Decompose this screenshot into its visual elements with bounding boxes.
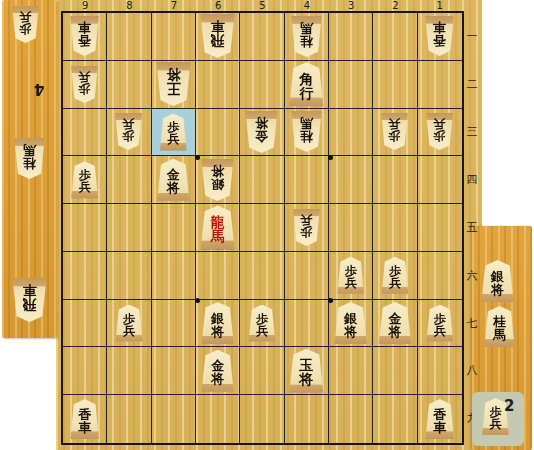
piece-kanji: 歩 bbox=[389, 130, 401, 142]
board-grid: 香車飛車桂馬香車歩兵王将角行歩兵歩兵金将桂馬歩兵歩兵歩兵金将銀将龍馬歩兵歩兵歩兵… bbox=[61, 11, 464, 445]
sente-pawn[interactable]: 歩兵 bbox=[380, 257, 409, 294]
sente-lance[interactable]: 香車 bbox=[424, 399, 455, 439]
board-square[interactable]: 金将 bbox=[240, 109, 284, 157]
piece-kanji: 兵 bbox=[345, 277, 357, 289]
piece-kanji: 兵 bbox=[123, 325, 135, 337]
board-square[interactable] bbox=[152, 300, 196, 348]
board-square[interactable]: 飛車 bbox=[196, 13, 240, 61]
board-square[interactable]: 歩兵 bbox=[418, 300, 462, 348]
board-square[interactable] bbox=[373, 156, 417, 204]
sente-pawn[interactable]: 歩兵 bbox=[247, 305, 276, 342]
gote-silver[interactable]: 銀将 bbox=[200, 159, 235, 201]
sente-pawn[interactable]: 歩兵 bbox=[114, 305, 143, 342]
board-square[interactable]: 龍馬 bbox=[196, 204, 240, 252]
file-label: 8 bbox=[119, 0, 139, 12]
piece-kanji: 兵 bbox=[389, 118, 401, 130]
board-square[interactable] bbox=[285, 395, 329, 443]
piece-kanji: 兵 bbox=[20, 11, 32, 23]
board-square[interactable] bbox=[107, 395, 151, 443]
board-square[interactable] bbox=[107, 156, 151, 204]
gote-hand-count: 4 bbox=[34, 80, 44, 98]
piece-kanji: 歩 bbox=[123, 313, 135, 325]
board-square[interactable]: 歩兵 bbox=[373, 252, 417, 300]
board-square[interactable] bbox=[196, 252, 240, 300]
sente-silver[interactable]: 銀将 bbox=[333, 302, 368, 344]
board-square[interactable]: 歩兵 bbox=[152, 109, 196, 157]
sente-hand-knight[interactable]: 桂馬 bbox=[483, 306, 516, 347]
rank-label: 一 bbox=[464, 30, 480, 44]
gote-hand-pawn[interactable]: 歩兵 bbox=[11, 6, 40, 43]
piece-kanji: 兵 bbox=[167, 133, 179, 145]
piece-kanji: 桂 bbox=[23, 157, 36, 170]
board-square[interactable] bbox=[418, 156, 462, 204]
sente-lance[interactable]: 香車 bbox=[69, 399, 100, 439]
gote-rook[interactable]: 飛車 bbox=[199, 14, 236, 58]
piece-kanji: 将 bbox=[255, 117, 268, 130]
file-label: 6 bbox=[208, 0, 228, 12]
piece-kanji: 角 bbox=[299, 72, 313, 86]
rank-label: 七 bbox=[464, 317, 480, 331]
piece-kanji: 兵 bbox=[434, 325, 446, 337]
piece-kanji: 兵 bbox=[490, 418, 502, 430]
piece-kanji: 将 bbox=[344, 325, 357, 338]
piece-kanji: 兵 bbox=[434, 118, 446, 130]
file-label: 4 bbox=[297, 0, 317, 12]
piece-kanji: 将 bbox=[211, 325, 224, 338]
piece-kanji: 兵 bbox=[256, 325, 268, 337]
board-square[interactable] bbox=[418, 204, 462, 252]
piece-kanji: 将 bbox=[388, 325, 401, 338]
board-square[interactable] bbox=[152, 13, 196, 61]
board-square[interactable]: 桂馬 bbox=[285, 109, 329, 157]
piece-kanji: 将 bbox=[211, 165, 224, 178]
board-square[interactable] bbox=[418, 252, 462, 300]
board-square[interactable] bbox=[196, 61, 240, 109]
board-square[interactable] bbox=[63, 204, 107, 252]
piece-kanji: 兵 bbox=[300, 214, 312, 226]
sente-gold[interactable]: 金将 bbox=[156, 159, 191, 201]
sente-hand-silver[interactable]: 銀将 bbox=[480, 260, 515, 302]
board-square[interactable]: 金将 bbox=[196, 347, 240, 395]
rank-label: 五 bbox=[464, 221, 480, 235]
piece-kanji: 兵 bbox=[79, 71, 91, 83]
board-square[interactable]: 香車 bbox=[418, 395, 462, 443]
board-square[interactable] bbox=[329, 204, 373, 252]
rank-label: 二 bbox=[464, 78, 480, 92]
board-square[interactable] bbox=[152, 347, 196, 395]
app-canvas: 香車飛車桂馬香車歩兵王将角行歩兵歩兵金将桂馬歩兵歩兵歩兵金将銀将龍馬歩兵歩兵歩兵… bbox=[0, 0, 534, 450]
piece-kanji: 香 bbox=[78, 35, 91, 48]
board-square[interactable] bbox=[373, 347, 417, 395]
piece-kanji: 歩 bbox=[434, 313, 446, 325]
piece-kanji: 飛 bbox=[23, 299, 37, 313]
board-square[interactable]: 角行 bbox=[285, 61, 329, 109]
piece-kanji: 将 bbox=[211, 372, 224, 385]
board-square[interactable]: 歩兵 bbox=[285, 204, 329, 252]
sente-pawn[interactable]: 歩兵 bbox=[159, 113, 188, 150]
board-square[interactable] bbox=[240, 347, 284, 395]
board-square[interactable] bbox=[240, 156, 284, 204]
board-square[interactable]: 香車 bbox=[63, 13, 107, 61]
piece-kanji: 銀 bbox=[491, 270, 504, 283]
board-square[interactable] bbox=[285, 300, 329, 348]
piece-kanji: 車 bbox=[211, 21, 225, 35]
rank-label: 六 bbox=[464, 269, 480, 283]
piece-kanji: 兵 bbox=[389, 277, 401, 289]
piece-kanji: 桂 bbox=[300, 35, 313, 48]
piece-kanji: 歩 bbox=[20, 23, 32, 35]
piece-kanji: 玉 bbox=[299, 358, 313, 372]
board-square[interactable]: 歩兵 bbox=[329, 252, 373, 300]
board-square[interactable]: 歩兵 bbox=[63, 61, 107, 109]
piece-kanji: 香 bbox=[433, 408, 446, 421]
board-square[interactable] bbox=[373, 395, 417, 443]
sente-hand-count: 2 bbox=[504, 397, 514, 415]
gote-pawn[interactable]: 歩兵 bbox=[380, 113, 409, 150]
star-point bbox=[328, 298, 333, 303]
piece-kanji: 歩 bbox=[79, 83, 91, 95]
gote-knight[interactable]: 桂馬 bbox=[290, 16, 323, 57]
sente-gold[interactable]: 金将 bbox=[200, 350, 235, 392]
file-label: 3 bbox=[341, 0, 361, 12]
piece-kanji: 行 bbox=[299, 86, 313, 100]
piece-kanji: 歩 bbox=[300, 226, 312, 238]
gote-hand-rook[interactable]: 飛車 bbox=[11, 278, 48, 322]
star-point bbox=[195, 298, 200, 303]
sente-horse-promoted-bishop[interactable]: 龍馬 bbox=[199, 205, 236, 249]
piece-kanji: 馬 bbox=[23, 144, 36, 157]
board-square[interactable] bbox=[63, 347, 107, 395]
rank-label: 三 bbox=[464, 125, 480, 139]
rank-label: 八 bbox=[464, 364, 480, 378]
star-point bbox=[195, 155, 200, 160]
board-square[interactable]: 玉将 bbox=[285, 347, 329, 395]
piece-kanji: 車 bbox=[78, 421, 91, 434]
board-square[interactable]: 香車 bbox=[63, 395, 107, 443]
gote-pawn[interactable]: 歩兵 bbox=[114, 113, 143, 150]
board-square[interactable] bbox=[373, 13, 417, 61]
piece-kanji: 香 bbox=[78, 408, 91, 421]
board-square[interactable]: 金将 bbox=[152, 156, 196, 204]
board-square[interactable] bbox=[329, 156, 373, 204]
sente-bishop[interactable]: 角行 bbox=[288, 62, 325, 106]
board-square[interactable]: 桂馬 bbox=[285, 13, 329, 61]
board-square[interactable]: 王将 bbox=[152, 61, 196, 109]
board-square[interactable]: 歩兵 bbox=[373, 109, 417, 157]
gote-pawn[interactable]: 歩兵 bbox=[292, 209, 321, 246]
board-square[interactable]: 銀将 bbox=[196, 156, 240, 204]
board-square[interactable] bbox=[373, 61, 417, 109]
board-square[interactable] bbox=[329, 13, 373, 61]
board-square[interactable] bbox=[107, 61, 151, 109]
board-square[interactable] bbox=[107, 347, 151, 395]
piece-kanji: 飛 bbox=[211, 35, 225, 49]
board-square[interactable] bbox=[152, 252, 196, 300]
board-square[interactable] bbox=[107, 252, 151, 300]
gote-knight[interactable]: 桂馬 bbox=[290, 111, 323, 152]
piece-kanji: 将 bbox=[299, 372, 313, 386]
board-square[interactable] bbox=[329, 61, 373, 109]
piece-kanji: 馬 bbox=[300, 117, 313, 130]
piece-kanji: 銀 bbox=[344, 312, 357, 325]
gote-lance[interactable]: 香車 bbox=[424, 16, 455, 56]
board-square[interactable] bbox=[107, 13, 151, 61]
board-square[interactable]: 歩兵 bbox=[107, 109, 151, 157]
piece-kanji: 金 bbox=[388, 312, 401, 325]
board-square[interactable]: 歩兵 bbox=[418, 109, 462, 157]
board-square[interactable] bbox=[63, 300, 107, 348]
piece-kanji: 馬 bbox=[493, 328, 506, 341]
gote-pawn[interactable]: 歩兵 bbox=[70, 66, 99, 103]
board-square[interactable] bbox=[240, 204, 284, 252]
piece-kanji: 歩 bbox=[389, 265, 401, 277]
board-square[interactable] bbox=[63, 252, 107, 300]
piece-kanji: 将 bbox=[167, 181, 180, 194]
sente-pawn[interactable]: 歩兵 bbox=[70, 161, 99, 198]
board-square[interactable] bbox=[240, 13, 284, 61]
board-square[interactable] bbox=[196, 109, 240, 157]
board-square[interactable] bbox=[285, 252, 329, 300]
board-square[interactable] bbox=[107, 204, 151, 252]
board-square[interactable]: 歩兵 bbox=[240, 300, 284, 348]
rank-label: 四 bbox=[464, 173, 480, 187]
piece-kanji: 馬 bbox=[300, 22, 313, 35]
piece-kanji: 車 bbox=[78, 22, 91, 35]
board-square[interactable] bbox=[329, 347, 373, 395]
board-square[interactable] bbox=[329, 395, 373, 443]
file-label: 2 bbox=[385, 0, 405, 12]
piece-kanji: 歩 bbox=[345, 265, 357, 277]
board-square[interactable] bbox=[240, 395, 284, 443]
piece-kanji: 車 bbox=[23, 285, 37, 299]
piece-kanji: 歩 bbox=[434, 130, 446, 142]
board-square[interactable] bbox=[329, 109, 373, 157]
piece-kanji: 馬 bbox=[211, 229, 225, 243]
sente-gold[interactable]: 金将 bbox=[377, 302, 412, 344]
piece-kanji: 歩 bbox=[256, 313, 268, 325]
board-square[interactable] bbox=[240, 61, 284, 109]
board-square[interactable] bbox=[418, 347, 462, 395]
board-square[interactable] bbox=[63, 109, 107, 157]
piece-kanji: 金 bbox=[255, 130, 268, 143]
piece-kanji: 車 bbox=[433, 421, 446, 434]
sente-pawn[interactable]: 歩兵 bbox=[425, 305, 454, 342]
board-square[interactable]: 銀将 bbox=[196, 300, 240, 348]
piece-kanji: 桂 bbox=[300, 130, 313, 143]
board-square[interactable] bbox=[152, 395, 196, 443]
gote-gold[interactable]: 金将 bbox=[244, 111, 279, 153]
piece-kanji: 王 bbox=[166, 83, 180, 97]
sente-pawn[interactable]: 歩兵 bbox=[336, 257, 365, 294]
gote-pawn[interactable]: 歩兵 bbox=[425, 113, 454, 150]
board-square[interactable] bbox=[196, 395, 240, 443]
file-label: 9 bbox=[75, 0, 95, 12]
board-square[interactable] bbox=[373, 204, 417, 252]
piece-kanji: 将 bbox=[166, 69, 180, 83]
board-square[interactable] bbox=[240, 252, 284, 300]
board-square[interactable] bbox=[152, 204, 196, 252]
piece-kanji: 将 bbox=[491, 283, 504, 296]
piece-kanji: 兵 bbox=[123, 118, 135, 130]
board-square[interactable]: 金将 bbox=[373, 300, 417, 348]
file-label: 7 bbox=[164, 0, 184, 12]
sente-silver[interactable]: 銀将 bbox=[200, 302, 235, 344]
board-square[interactable] bbox=[285, 156, 329, 204]
piece-kanji: 香 bbox=[433, 35, 446, 48]
board-square[interactable]: 歩兵 bbox=[63, 156, 107, 204]
piece-kanji: 歩 bbox=[123, 130, 135, 142]
piece-kanji: 銀 bbox=[211, 178, 224, 191]
piece-kanji: 龍 bbox=[211, 215, 225, 229]
gote-king-gote[interactable]: 王将 bbox=[155, 62, 192, 106]
piece-kanji: 車 bbox=[433, 22, 446, 35]
piece-kanji: 銀 bbox=[211, 312, 224, 325]
sente-king-sente[interactable]: 玉将 bbox=[288, 349, 325, 393]
piece-kanji: 兵 bbox=[79, 181, 91, 193]
file-label: 1 bbox=[430, 0, 450, 12]
star-point bbox=[328, 155, 333, 160]
board-square[interactable]: 香車 bbox=[418, 13, 462, 61]
gote-lance[interactable]: 香車 bbox=[69, 16, 100, 56]
board-square[interactable]: 歩兵 bbox=[107, 300, 151, 348]
board-square[interactable] bbox=[418, 61, 462, 109]
board-square[interactable]: 銀将 bbox=[329, 300, 373, 348]
file-label: 5 bbox=[252, 0, 272, 12]
gote-hand-knight[interactable]: 桂馬 bbox=[13, 138, 46, 179]
